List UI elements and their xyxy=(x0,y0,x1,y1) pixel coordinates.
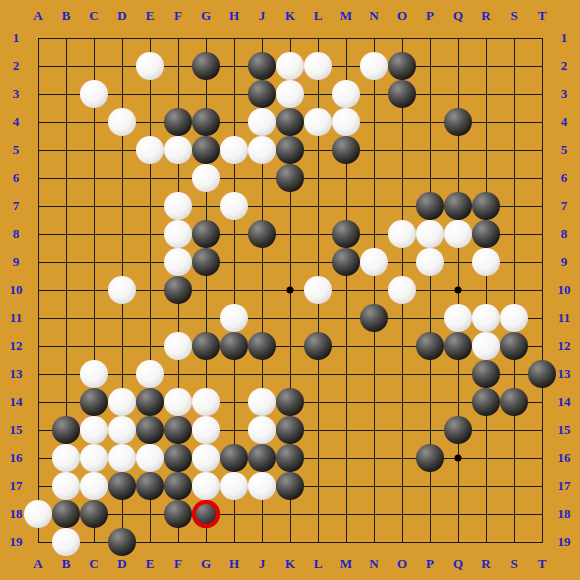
row-label-left: 19 xyxy=(10,534,23,550)
black-stone-F15[interactable] xyxy=(164,416,192,444)
white-stone-F14[interactable] xyxy=(164,388,192,416)
black-stone-N11[interactable] xyxy=(360,304,388,332)
black-stone-G18[interactable] xyxy=(192,500,220,528)
black-stone-P7[interactable] xyxy=(416,192,444,220)
row-label-left: 1 xyxy=(13,30,20,46)
white-stone-J5[interactable] xyxy=(248,136,276,164)
black-stone-J16[interactable] xyxy=(248,444,276,472)
white-stone-F5[interactable] xyxy=(164,136,192,164)
row-label-right: 16 xyxy=(558,450,571,466)
white-stone-O10[interactable] xyxy=(388,276,416,304)
black-stone-S12[interactable] xyxy=(500,332,528,360)
black-stone-G12[interactable] xyxy=(192,332,220,360)
column-label-top: L xyxy=(314,8,323,24)
column-label-top: B xyxy=(62,8,71,24)
column-label-top: C xyxy=(89,8,98,24)
column-label-top: N xyxy=(369,8,378,24)
black-stone-Q15[interactable] xyxy=(444,416,472,444)
white-stone-G15[interactable] xyxy=(192,416,220,444)
white-stone-Q11[interactable] xyxy=(444,304,472,332)
white-stone-F7[interactable] xyxy=(164,192,192,220)
column-label-top: Q xyxy=(453,8,463,24)
black-stone-O2[interactable] xyxy=(388,52,416,80)
column-label-bottom: O xyxy=(397,556,407,572)
white-stone-R9[interactable] xyxy=(472,248,500,276)
black-stone-D19[interactable] xyxy=(108,528,136,556)
white-stone-P9[interactable] xyxy=(416,248,444,276)
grid-line-vertical xyxy=(486,38,487,543)
black-stone-M8[interactable] xyxy=(332,220,360,248)
black-stone-P12[interactable] xyxy=(416,332,444,360)
row-label-right: 14 xyxy=(558,394,571,410)
row-label-left: 2 xyxy=(13,58,20,74)
black-stone-E17[interactable] xyxy=(136,472,164,500)
row-label-right: 17 xyxy=(558,478,571,494)
column-label-top: D xyxy=(117,8,126,24)
black-stone-M9[interactable] xyxy=(332,248,360,276)
black-stone-R14[interactable] xyxy=(472,388,500,416)
white-stone-C15[interactable] xyxy=(80,416,108,444)
black-stone-K14[interactable] xyxy=(276,388,304,416)
row-label-left: 13 xyxy=(10,366,23,382)
black-stone-J12[interactable] xyxy=(248,332,276,360)
white-stone-G6[interactable] xyxy=(192,164,220,192)
white-stone-B19[interactable] xyxy=(52,528,80,556)
row-label-left: 9 xyxy=(13,254,20,270)
black-stone-T13[interactable] xyxy=(528,360,556,388)
white-stone-S11[interactable] xyxy=(500,304,528,332)
row-label-right: 13 xyxy=(558,366,571,382)
row-label-right: 18 xyxy=(558,506,571,522)
column-label-top: T xyxy=(538,8,547,24)
white-stone-K2[interactable] xyxy=(276,52,304,80)
column-label-bottom: Q xyxy=(453,556,463,572)
black-stone-F18[interactable] xyxy=(164,500,192,528)
black-stone-J3[interactable] xyxy=(248,80,276,108)
column-label-bottom: G xyxy=(201,556,211,572)
black-stone-B15[interactable] xyxy=(52,416,80,444)
black-stone-P16[interactable] xyxy=(416,444,444,472)
black-stone-R7[interactable] xyxy=(472,192,500,220)
column-label-bottom: D xyxy=(117,556,126,572)
column-label-bottom: R xyxy=(481,556,490,572)
column-label-bottom: F xyxy=(174,556,182,572)
white-stone-F8[interactable] xyxy=(164,220,192,248)
black-stone-H12[interactable] xyxy=(220,332,248,360)
white-stone-G16[interactable] xyxy=(192,444,220,472)
white-stone-J17[interactable] xyxy=(248,472,276,500)
black-stone-G4[interactable] xyxy=(192,108,220,136)
row-label-right: 19 xyxy=(558,534,571,550)
white-stone-L2[interactable] xyxy=(304,52,332,80)
column-label-bottom: C xyxy=(89,556,98,572)
black-stone-G2[interactable] xyxy=(192,52,220,80)
white-stone-C3[interactable] xyxy=(80,80,108,108)
column-label-bottom: N xyxy=(369,556,378,572)
black-stone-R8[interactable] xyxy=(472,220,500,248)
row-label-left: 3 xyxy=(13,86,20,102)
row-label-left: 6 xyxy=(13,170,20,186)
row-label-right: 3 xyxy=(561,86,568,102)
row-label-left: 14 xyxy=(10,394,23,410)
white-stone-O8[interactable] xyxy=(388,220,416,248)
black-stone-Q4[interactable] xyxy=(444,108,472,136)
black-stone-K17[interactable] xyxy=(276,472,304,500)
go-board[interactable]: AABBCCDDEEFFGGHHJJKKLLMMNNOOPPQQRRSSTT11… xyxy=(0,0,580,580)
white-stone-H11[interactable] xyxy=(220,304,248,332)
row-label-left: 4 xyxy=(13,114,20,130)
row-label-right: 9 xyxy=(561,254,568,270)
row-label-right: 7 xyxy=(561,198,568,214)
row-label-right: 11 xyxy=(558,310,570,326)
row-label-right: 5 xyxy=(561,142,568,158)
row-label-right: 10 xyxy=(558,282,571,298)
black-stone-J8[interactable] xyxy=(248,220,276,248)
white-stone-H17[interactable] xyxy=(220,472,248,500)
row-label-left: 18 xyxy=(10,506,23,522)
column-label-top: H xyxy=(229,8,239,24)
white-stone-Q8[interactable] xyxy=(444,220,472,248)
white-stone-L10[interactable] xyxy=(304,276,332,304)
black-stone-F16[interactable] xyxy=(164,444,192,472)
white-stone-H7[interactable] xyxy=(220,192,248,220)
black-stone-D17[interactable] xyxy=(108,472,136,500)
row-label-right: 15 xyxy=(558,422,571,438)
white-stone-E5[interactable] xyxy=(136,136,164,164)
white-stone-J4[interactable] xyxy=(248,108,276,136)
white-stone-A18[interactable] xyxy=(24,500,52,528)
row-label-left: 10 xyxy=(10,282,23,298)
column-label-bottom: S xyxy=(510,556,517,572)
column-label-bottom: T xyxy=(538,556,547,572)
white-stone-H5[interactable] xyxy=(220,136,248,164)
row-label-right: 12 xyxy=(558,338,571,354)
row-label-right: 6 xyxy=(561,170,568,186)
column-label-bottom: P xyxy=(426,556,434,572)
black-stone-E14[interactable] xyxy=(136,388,164,416)
row-label-right: 2 xyxy=(561,58,568,74)
white-stone-M3[interactable] xyxy=(332,80,360,108)
white-stone-L4[interactable] xyxy=(304,108,332,136)
row-label-right: 4 xyxy=(561,114,568,130)
black-stone-S14[interactable] xyxy=(500,388,528,416)
black-stone-Q12[interactable] xyxy=(444,332,472,360)
column-label-top: G xyxy=(201,8,211,24)
column-label-top: R xyxy=(481,8,490,24)
white-stone-R12[interactable] xyxy=(472,332,500,360)
white-stone-B16[interactable] xyxy=(52,444,80,472)
white-stone-B17[interactable] xyxy=(52,472,80,500)
black-stone-G9[interactable] xyxy=(192,248,220,276)
grid-line-vertical xyxy=(542,38,543,543)
white-stone-D16[interactable] xyxy=(108,444,136,472)
column-label-bottom: K xyxy=(285,556,295,572)
white-stone-C17[interactable] xyxy=(80,472,108,500)
black-stone-G8[interactable] xyxy=(192,220,220,248)
white-stone-G17[interactable] xyxy=(192,472,220,500)
column-label-bottom: M xyxy=(340,556,352,572)
column-label-bottom: A xyxy=(33,556,42,572)
white-stone-D15[interactable] xyxy=(108,416,136,444)
star-point-Q16 xyxy=(455,455,462,462)
row-label-left: 11 xyxy=(10,310,22,326)
white-stone-J14[interactable] xyxy=(248,388,276,416)
column-label-bottom: L xyxy=(314,556,323,572)
white-stone-N9[interactable] xyxy=(360,248,388,276)
column-label-top: E xyxy=(146,8,155,24)
white-stone-M4[interactable] xyxy=(332,108,360,136)
black-stone-C14[interactable] xyxy=(80,388,108,416)
row-label-right: 1 xyxy=(561,30,568,46)
white-stone-G14[interactable] xyxy=(192,388,220,416)
white-stone-E16[interactable] xyxy=(136,444,164,472)
column-label-bottom: H xyxy=(229,556,239,572)
column-label-top: M xyxy=(340,8,352,24)
black-stone-G5[interactable] xyxy=(192,136,220,164)
black-stone-K6[interactable] xyxy=(276,164,304,192)
row-label-left: 7 xyxy=(13,198,20,214)
white-stone-R11[interactable] xyxy=(472,304,500,332)
white-stone-J15[interactable] xyxy=(248,416,276,444)
white-stone-D4[interactable] xyxy=(108,108,136,136)
grid-line-horizontal xyxy=(38,514,543,515)
white-stone-K3[interactable] xyxy=(276,80,304,108)
black-stone-L12[interactable] xyxy=(304,332,332,360)
black-stone-K15[interactable] xyxy=(276,416,304,444)
black-stone-F4[interactable] xyxy=(164,108,192,136)
white-stone-D14[interactable] xyxy=(108,388,136,416)
row-label-left: 12 xyxy=(10,338,23,354)
grid-line-vertical xyxy=(374,38,375,543)
row-label-right: 8 xyxy=(561,226,568,242)
grid-line-vertical xyxy=(514,38,515,543)
black-stone-R13[interactable] xyxy=(472,360,500,388)
column-label-top: O xyxy=(397,8,407,24)
column-label-bottom: E xyxy=(146,556,155,572)
column-label-top: J xyxy=(259,8,266,24)
white-stone-P8[interactable] xyxy=(416,220,444,248)
star-point-K10 xyxy=(287,287,294,294)
white-stone-D10[interactable] xyxy=(108,276,136,304)
black-stone-E15[interactable] xyxy=(136,416,164,444)
row-label-left: 17 xyxy=(10,478,23,494)
black-stone-C18[interactable] xyxy=(80,500,108,528)
black-stone-Q7[interactable] xyxy=(444,192,472,220)
black-stone-M5[interactable] xyxy=(332,136,360,164)
white-stone-F9[interactable] xyxy=(164,248,192,276)
black-stone-O3[interactable] xyxy=(388,80,416,108)
white-stone-E2[interactable] xyxy=(136,52,164,80)
black-stone-K4[interactable] xyxy=(276,108,304,136)
black-stone-B18[interactable] xyxy=(52,500,80,528)
column-label-bottom: B xyxy=(62,556,71,572)
column-label-top: F xyxy=(174,8,182,24)
column-label-top: A xyxy=(33,8,42,24)
black-stone-F10[interactable] xyxy=(164,276,192,304)
row-label-left: 8 xyxy=(13,226,20,242)
row-label-left: 15 xyxy=(10,422,23,438)
black-stone-K5[interactable] xyxy=(276,136,304,164)
star-point-Q10 xyxy=(455,287,462,294)
row-label-left: 5 xyxy=(13,142,20,158)
white-stone-C16[interactable] xyxy=(80,444,108,472)
white-stone-E13[interactable] xyxy=(136,360,164,388)
column-label-bottom: J xyxy=(259,556,266,572)
white-stone-C13[interactable] xyxy=(80,360,108,388)
column-label-top: K xyxy=(285,8,295,24)
black-stone-H16[interactable] xyxy=(220,444,248,472)
white-stone-N2[interactable] xyxy=(360,52,388,80)
black-stone-F17[interactable] xyxy=(164,472,192,500)
black-stone-K16[interactable] xyxy=(276,444,304,472)
black-stone-J2[interactable] xyxy=(248,52,276,80)
column-label-top: S xyxy=(510,8,517,24)
row-label-left: 16 xyxy=(10,450,23,466)
grid-line-horizontal xyxy=(38,374,543,375)
column-label-top: P xyxy=(426,8,434,24)
white-stone-F12[interactable] xyxy=(164,332,192,360)
